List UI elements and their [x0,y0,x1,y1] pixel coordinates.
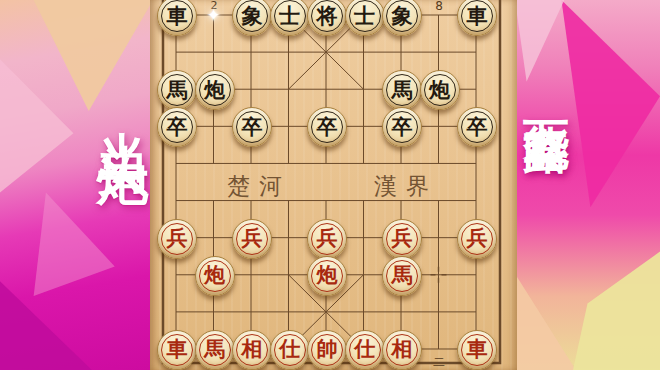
top-file-label: 8 [435,0,443,12]
piece-glyph: 馬 [392,264,413,285]
last-move-sparkle-icon: ✦ [206,5,220,25]
board-grid-lines [150,0,517,370]
piece-glyph: 相 [392,338,413,359]
piece-glyph: 車 [467,5,488,26]
piece-red-chariot[interactable]: 車 [457,330,497,370]
piece-red-elephant[interactable]: 相 [382,330,422,370]
piece-glyph: 兵 [392,227,413,248]
piece-glyph: 士 [279,5,300,26]
piece-glyph: 将 [317,5,338,26]
piece-glyph: 兵 [317,227,338,248]
piece-glyph: 士 [354,5,375,26]
piece-glyph: 炮 [429,79,450,100]
piece-red-soldier[interactable]: 兵 [307,219,347,259]
piece-glyph: 兵 [242,227,263,248]
piece-glyph: 車 [167,5,188,26]
piece-glyph: 炮 [317,264,338,285]
piece-red-chariot[interactable]: 車 [157,330,197,370]
piece-black-cannon[interactable]: 炮 [195,70,235,110]
background-right-panel [515,0,660,370]
piece-black-horse[interactable]: 馬 [157,70,197,110]
piece-red-horse[interactable]: 馬 [382,256,422,296]
background-left-panel [0,0,153,370]
piece-red-soldier[interactable]: 兵 [382,219,422,259]
xiangqi-board[interactable]: 2 8 二 楚河 漢界 車象士将士象車馬炮馬炮卒卒卒卒卒兵兵兵兵兵炮炮馬車馬相仕… [150,0,517,370]
right-caption: 万能套路 [516,84,578,96]
piece-red-soldier[interactable]: 兵 [457,219,497,259]
piece-red-soldier[interactable]: 兵 [157,219,197,259]
piece-glyph: 卒 [317,116,338,137]
piece-glyph: 兵 [467,227,488,248]
piece-black-advisor[interactable]: 士 [345,0,385,36]
piece-glyph: 卒 [392,116,413,137]
piece-red-elephant[interactable]: 相 [232,330,272,370]
piece-glyph: 象 [242,5,263,26]
river-label-han-jie: 漢界 [374,171,438,202]
piece-glyph: 帥 [317,338,338,359]
piece-black-horse[interactable]: 馬 [382,70,422,110]
piece-red-cannon[interactable]: 炮 [307,256,347,296]
piece-glyph: 兵 [167,227,188,248]
piece-black-advisor[interactable]: 士 [270,0,310,36]
piece-glyph: 仕 [354,338,375,359]
piece-glyph: 仕 [279,338,300,359]
piece-red-advisor[interactable]: 仕 [345,330,385,370]
piece-glyph: 車 [467,338,488,359]
piece-red-horse[interactable]: 馬 [195,330,235,370]
piece-glyph: 卒 [467,116,488,137]
piece-glyph: 馬 [392,79,413,100]
piece-glyph: 卒 [242,116,263,137]
piece-glyph: 馬 [167,79,188,100]
piece-glyph: 卒 [167,116,188,137]
piece-red-cannon[interactable]: 炮 [195,256,235,296]
piece-black-cannon[interactable]: 炮 [420,70,460,110]
piece-glyph: 炮 [204,264,225,285]
piece-glyph: 馬 [204,338,225,359]
river-label-chu-he: 楚河 [227,171,291,202]
piece-red-general[interactable]: 帥 [307,330,347,370]
piece-red-soldier[interactable]: 兵 [232,219,272,259]
piece-glyph: 象 [392,5,413,26]
screenshot-stage: 当头炮 万能套路 2 8 二 楚河 漢界 車象士将士象車馬炮馬炮卒卒卒卒卒兵兵兵… [0,0,660,370]
piece-glyph: 車 [167,338,188,359]
piece-glyph: 相 [242,338,263,359]
left-caption: 当头炮 [88,90,158,126]
piece-red-advisor[interactable]: 仕 [270,330,310,370]
piece-glyph: 炮 [204,79,225,100]
bottom-file-label: 二 [433,356,445,368]
